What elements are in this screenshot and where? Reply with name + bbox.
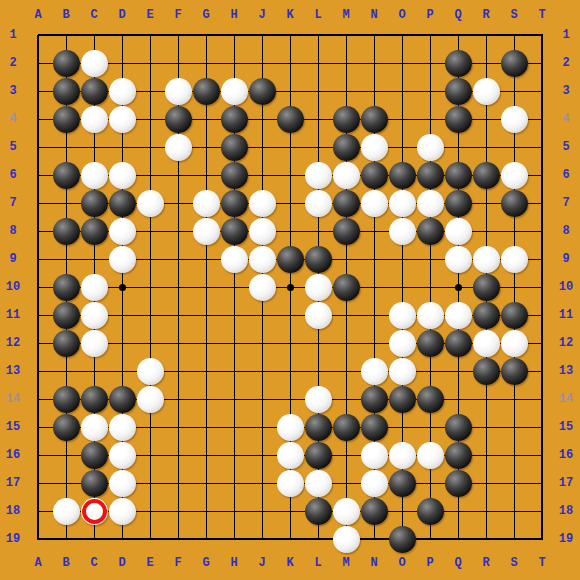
white-stone[interactable] xyxy=(277,442,304,469)
star-point xyxy=(455,284,462,291)
black-stone[interactable] xyxy=(81,78,108,105)
white-stone[interactable] xyxy=(305,162,332,189)
column-label-top: N xyxy=(370,8,377,22)
column-label-top: D xyxy=(118,8,125,22)
star-point xyxy=(119,284,126,291)
row-label-right: 17 xyxy=(559,476,573,490)
black-stone[interactable] xyxy=(221,134,248,161)
white-stone[interactable] xyxy=(361,134,388,161)
black-stone[interactable] xyxy=(333,274,360,301)
white-stone[interactable] xyxy=(109,78,136,105)
white-stone[interactable] xyxy=(193,190,220,217)
column-label-bottom: T xyxy=(538,556,545,570)
black-stone[interactable] xyxy=(53,302,80,329)
column-label-bottom: P xyxy=(426,556,433,570)
row-label-left: 18 xyxy=(6,504,20,518)
white-stone[interactable] xyxy=(249,274,276,301)
white-stone[interactable] xyxy=(81,162,108,189)
row-label-left: 19 xyxy=(6,532,20,546)
white-stone[interactable] xyxy=(361,358,388,385)
column-label-bottom: S xyxy=(510,556,517,570)
black-stone[interactable] xyxy=(193,78,220,105)
white-stone[interactable] xyxy=(249,218,276,245)
column-label-bottom: N xyxy=(370,556,377,570)
white-stone[interactable] xyxy=(361,190,388,217)
white-stone[interactable] xyxy=(277,414,304,441)
star-point xyxy=(287,284,294,291)
black-stone[interactable] xyxy=(81,386,108,413)
column-label-bottom: Q xyxy=(454,556,461,570)
white-stone[interactable] xyxy=(305,302,332,329)
row-label-left: 8 xyxy=(9,224,16,238)
black-stone[interactable] xyxy=(221,162,248,189)
white-stone[interactable] xyxy=(333,162,360,189)
black-stone[interactable] xyxy=(361,106,388,133)
column-label-top: B xyxy=(62,8,69,22)
white-stone[interactable] xyxy=(277,470,304,497)
row-label-right: 4 xyxy=(562,112,569,126)
white-stone[interactable] xyxy=(109,218,136,245)
column-label-bottom: F xyxy=(174,556,181,570)
row-label-left: 16 xyxy=(6,448,20,462)
black-stone[interactable] xyxy=(389,526,416,553)
white-stone[interactable] xyxy=(333,526,360,553)
black-stone[interactable] xyxy=(305,246,332,273)
black-stone[interactable] xyxy=(473,302,500,329)
black-stone[interactable] xyxy=(501,302,528,329)
black-stone[interactable] xyxy=(109,190,136,217)
column-label-bottom: B xyxy=(62,556,69,570)
column-label-top: M xyxy=(342,8,349,22)
row-label-left: 3 xyxy=(9,84,16,98)
white-stone[interactable] xyxy=(417,302,444,329)
column-label-top: R xyxy=(482,8,489,22)
white-stone[interactable] xyxy=(445,302,472,329)
column-label-top: L xyxy=(314,8,321,22)
grid-line-vertical xyxy=(541,35,543,540)
white-stone[interactable] xyxy=(417,134,444,161)
black-stone[interactable] xyxy=(473,358,500,385)
black-stone[interactable] xyxy=(445,190,472,217)
black-stone[interactable] xyxy=(417,330,444,357)
black-stone[interactable] xyxy=(445,106,472,133)
black-stone[interactable] xyxy=(445,330,472,357)
row-label-right: 19 xyxy=(559,532,573,546)
black-stone[interactable] xyxy=(305,442,332,469)
column-label-bottom: H xyxy=(230,556,237,570)
row-label-left: 12 xyxy=(6,336,20,350)
white-stone[interactable] xyxy=(389,442,416,469)
black-stone[interactable] xyxy=(53,386,80,413)
column-label-top: T xyxy=(538,8,545,22)
black-stone[interactable] xyxy=(221,106,248,133)
row-label-left: 7 xyxy=(9,196,16,210)
white-stone[interactable] xyxy=(501,330,528,357)
white-stone[interactable] xyxy=(417,190,444,217)
row-label-right: 7 xyxy=(562,196,569,210)
black-stone[interactable] xyxy=(277,246,304,273)
row-label-left: 13 xyxy=(6,364,20,378)
black-stone[interactable] xyxy=(165,106,192,133)
black-stone[interactable] xyxy=(417,218,444,245)
black-stone[interactable] xyxy=(445,470,472,497)
black-stone[interactable] xyxy=(361,414,388,441)
white-stone[interactable] xyxy=(109,162,136,189)
black-stone[interactable] xyxy=(361,162,388,189)
black-stone[interactable] xyxy=(445,414,472,441)
black-stone[interactable] xyxy=(333,106,360,133)
row-label-right: 18 xyxy=(559,504,573,518)
white-stone[interactable] xyxy=(501,106,528,133)
white-stone[interactable] xyxy=(473,330,500,357)
white-stone[interactable] xyxy=(137,190,164,217)
row-label-left: 4 xyxy=(9,112,16,126)
row-label-left: 9 xyxy=(9,252,16,266)
column-label-top: S xyxy=(510,8,517,22)
black-stone[interactable] xyxy=(445,162,472,189)
column-label-top: H xyxy=(230,8,237,22)
column-label-top: C xyxy=(90,8,97,22)
white-stone[interactable] xyxy=(445,218,472,245)
black-stone[interactable] xyxy=(473,162,500,189)
row-label-left: 17 xyxy=(6,476,20,490)
row-label-right: 11 xyxy=(559,308,573,322)
white-stone[interactable] xyxy=(305,470,332,497)
column-label-bottom: L xyxy=(314,556,321,570)
white-stone[interactable] xyxy=(81,302,108,329)
white-stone[interactable] xyxy=(165,78,192,105)
row-label-right: 9 xyxy=(562,252,569,266)
black-stone[interactable] xyxy=(53,106,80,133)
black-stone[interactable] xyxy=(53,162,80,189)
last-move-marker xyxy=(82,499,107,524)
white-stone[interactable] xyxy=(81,274,108,301)
black-stone[interactable] xyxy=(277,106,304,133)
column-label-bottom: M xyxy=(342,556,349,570)
column-label-top: O xyxy=(398,8,405,22)
white-stone[interactable] xyxy=(109,106,136,133)
black-stone[interactable] xyxy=(417,386,444,413)
column-label-top: E xyxy=(146,8,153,22)
row-label-right: 3 xyxy=(562,84,569,98)
column-label-bottom: K xyxy=(286,556,293,570)
black-stone[interactable] xyxy=(81,218,108,245)
black-stone[interactable] xyxy=(53,330,80,357)
row-label-right: 16 xyxy=(559,448,573,462)
white-stone[interactable] xyxy=(389,302,416,329)
column-label-bottom: E xyxy=(146,556,153,570)
row-label-left: 15 xyxy=(6,420,20,434)
black-stone[interactable] xyxy=(417,162,444,189)
column-label-bottom: A xyxy=(34,556,41,570)
row-label-left: 14 xyxy=(6,392,20,406)
black-stone[interactable] xyxy=(333,190,360,217)
white-stone[interactable] xyxy=(389,358,416,385)
white-stone[interactable] xyxy=(81,106,108,133)
row-label-right: 1 xyxy=(562,28,569,42)
column-label-bottom: C xyxy=(90,556,97,570)
black-stone[interactable] xyxy=(333,134,360,161)
row-label-right: 5 xyxy=(562,140,569,154)
black-stone[interactable] xyxy=(333,218,360,245)
white-stone[interactable] xyxy=(361,442,388,469)
row-label-right: 14 xyxy=(559,392,573,406)
row-label-right: 2 xyxy=(562,56,569,70)
column-label-bottom: G xyxy=(202,556,209,570)
black-stone[interactable] xyxy=(361,386,388,413)
white-stone[interactable] xyxy=(305,274,332,301)
column-label-bottom: J xyxy=(258,556,265,570)
white-stone[interactable] xyxy=(389,330,416,357)
row-label-right: 8 xyxy=(562,224,569,238)
column-label-bottom: R xyxy=(482,556,489,570)
row-label-right: 12 xyxy=(559,336,573,350)
grid-line-horizontal xyxy=(38,371,543,372)
white-stone[interactable] xyxy=(389,218,416,245)
black-stone[interactable] xyxy=(473,274,500,301)
black-stone[interactable] xyxy=(417,498,444,525)
column-label-top: J xyxy=(258,8,265,22)
row-label-left: 10 xyxy=(6,280,20,294)
black-stone[interactable] xyxy=(53,218,80,245)
column-label-top: P xyxy=(426,8,433,22)
black-stone[interactable] xyxy=(53,50,80,77)
black-stone[interactable] xyxy=(445,50,472,77)
column-label-bottom: D xyxy=(118,556,125,570)
white-stone[interactable] xyxy=(137,386,164,413)
white-stone[interactable] xyxy=(473,78,500,105)
black-stone[interactable] xyxy=(445,78,472,105)
white-stone[interactable] xyxy=(109,414,136,441)
white-stone[interactable] xyxy=(221,78,248,105)
white-stone[interactable] xyxy=(333,498,360,525)
grid-line-horizontal xyxy=(38,538,543,540)
white-stone[interactable] xyxy=(249,190,276,217)
black-stone[interactable] xyxy=(501,50,528,77)
row-label-left: 11 xyxy=(6,308,20,322)
black-stone[interactable] xyxy=(53,78,80,105)
black-stone[interactable] xyxy=(81,190,108,217)
black-stone[interactable] xyxy=(221,218,248,245)
column-label-top: G xyxy=(202,8,209,22)
white-stone[interactable] xyxy=(81,330,108,357)
row-label-left: 1 xyxy=(9,28,16,42)
black-stone[interactable] xyxy=(81,470,108,497)
white-stone[interactable] xyxy=(249,246,276,273)
black-stone[interactable] xyxy=(501,190,528,217)
white-stone[interactable] xyxy=(81,50,108,77)
black-stone[interactable] xyxy=(305,498,332,525)
black-stone[interactable] xyxy=(389,386,416,413)
row-label-right: 6 xyxy=(562,168,569,182)
white-stone[interactable] xyxy=(109,498,136,525)
black-stone[interactable] xyxy=(389,162,416,189)
white-stone[interactable] xyxy=(109,246,136,273)
white-stone[interactable] xyxy=(501,162,528,189)
black-stone[interactable] xyxy=(109,386,136,413)
black-stone[interactable] xyxy=(389,470,416,497)
row-label-right: 13 xyxy=(559,364,573,378)
black-stone[interactable] xyxy=(53,414,80,441)
row-label-right: 10 xyxy=(559,280,573,294)
white-stone[interactable] xyxy=(361,470,388,497)
black-stone[interactable] xyxy=(333,414,360,441)
column-label-top: K xyxy=(286,8,293,22)
white-stone[interactable] xyxy=(81,414,108,441)
white-stone[interactable] xyxy=(417,442,444,469)
black-stone[interactable] xyxy=(445,442,472,469)
black-stone[interactable] xyxy=(53,274,80,301)
white-stone[interactable] xyxy=(445,246,472,273)
go-board[interactable]: AABBCCDDEEFFGGHHJJKKLLMMNNOOPPQQRRSSTT11… xyxy=(0,0,580,580)
white-stone[interactable] xyxy=(473,246,500,273)
row-label-right: 15 xyxy=(559,420,573,434)
row-label-left: 6 xyxy=(9,168,16,182)
white-stone[interactable] xyxy=(109,470,136,497)
white-stone[interactable] xyxy=(53,498,80,525)
black-stone[interactable] xyxy=(305,414,332,441)
row-label-left: 5 xyxy=(9,140,16,154)
white-stone[interactable] xyxy=(221,246,248,273)
white-stone[interactable] xyxy=(305,190,332,217)
white-stone[interactable] xyxy=(305,386,332,413)
row-label-left: 2 xyxy=(9,56,16,70)
column-label-top: F xyxy=(174,8,181,22)
white-stone[interactable] xyxy=(137,358,164,385)
column-label-top: Q xyxy=(454,8,461,22)
black-stone[interactable] xyxy=(249,78,276,105)
white-stone[interactable] xyxy=(109,442,136,469)
white-stone[interactable] xyxy=(501,246,528,273)
column-label-bottom: O xyxy=(398,556,405,570)
white-stone[interactable] xyxy=(193,218,220,245)
white-stone[interactable] xyxy=(389,190,416,217)
black-stone[interactable] xyxy=(81,442,108,469)
column-label-top: A xyxy=(34,8,41,22)
white-stone[interactable] xyxy=(165,134,192,161)
black-stone[interactable] xyxy=(501,358,528,385)
black-stone[interactable] xyxy=(361,498,388,525)
black-stone[interactable] xyxy=(221,190,248,217)
